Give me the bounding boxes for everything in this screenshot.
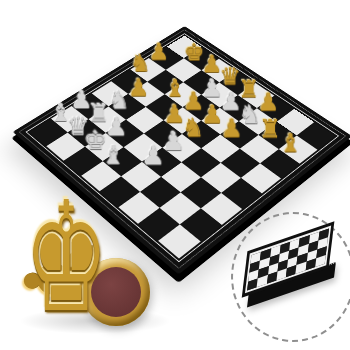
- inset-square: [315, 255, 326, 267]
- chess-piece-gold: ♞: [182, 115, 205, 140]
- chess-piece-silver: ♟: [105, 114, 128, 139]
- chess-piece-gold: ♜: [259, 116, 282, 141]
- gold-king-piece: ♚: [24, 182, 108, 334]
- product-photo: ♚♟♛♜♟♟♟♟♞♜♝♞♝♟♟♟♟♟♞♞♟♟♜♟♟♝♛♚♝ ♟ ♚: [0, 0, 350, 350]
- chess-piece-gold: ♟: [128, 75, 150, 99]
- chess-piece-silver: ♝: [102, 142, 125, 168]
- folded-board: [232, 223, 350, 324]
- chess-piece-silver: ♟: [141, 142, 164, 168]
- chess-piece-silver: ♟: [162, 128, 185, 154]
- inset-circle: [231, 212, 350, 342]
- chess-piece-gold: ♞: [130, 51, 151, 74]
- chess-piece-gold: ♝: [279, 130, 302, 156]
- chess-piece-gold: ♟: [220, 115, 243, 140]
- chess-piece-silver: ♞: [108, 88, 130, 112]
- chess-piece-gold: ♟: [148, 40, 169, 63]
